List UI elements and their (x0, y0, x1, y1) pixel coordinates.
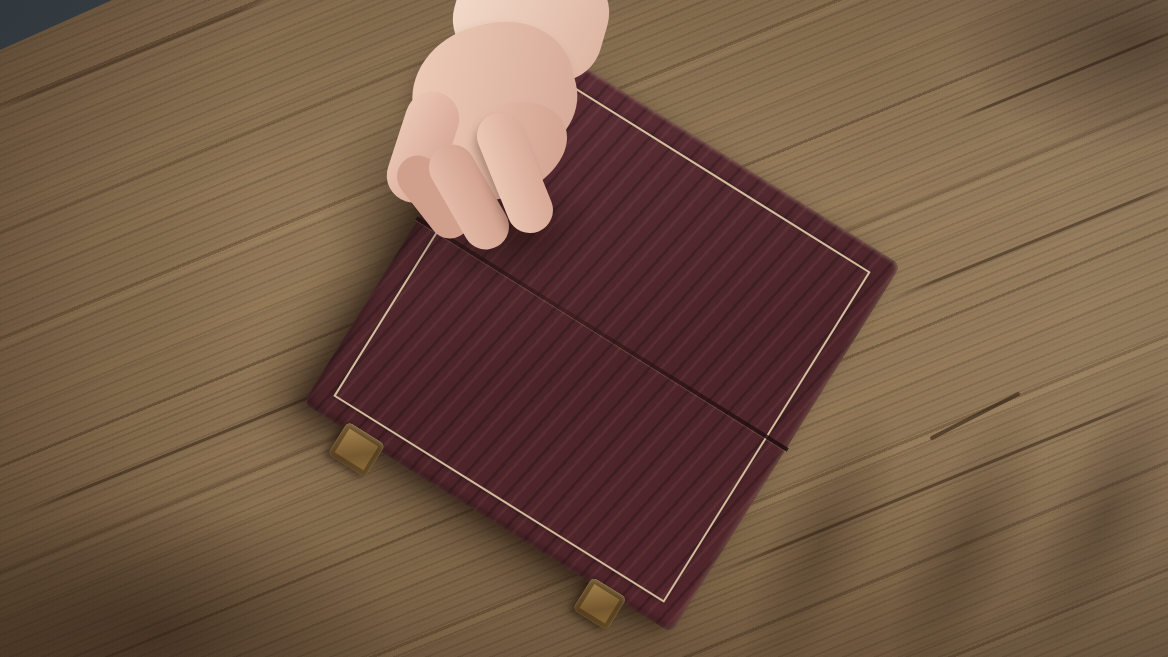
photo-scene (0, 0, 1168, 657)
